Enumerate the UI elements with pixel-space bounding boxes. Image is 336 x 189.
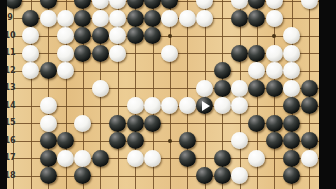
black-stone[interactable] xyxy=(266,115,283,132)
black-stone[interactable] xyxy=(109,115,126,132)
white-stone[interactable] xyxy=(161,10,178,27)
star-point xyxy=(168,139,172,143)
white-stone[interactable] xyxy=(283,45,300,62)
white-stone[interactable] xyxy=(22,45,39,62)
black-stone[interactable] xyxy=(301,132,318,149)
black-stone[interactable] xyxy=(127,27,144,44)
black-stone[interactable] xyxy=(179,132,196,149)
black-stone[interactable] xyxy=(266,132,283,149)
white-stone[interactable] xyxy=(92,10,109,27)
black-stone[interactable] xyxy=(283,150,300,167)
white-stone[interactable] xyxy=(161,45,178,62)
white-stone[interactable] xyxy=(109,10,126,27)
white-stone[interactable] xyxy=(231,132,248,149)
white-stone[interactable] xyxy=(266,45,283,62)
black-stone[interactable] xyxy=(248,45,265,62)
black-stone[interactable] xyxy=(248,80,265,97)
black-stone[interactable] xyxy=(144,10,161,27)
black-stone[interactable] xyxy=(74,45,91,62)
black-stone[interactable] xyxy=(214,80,231,97)
black-stone[interactable] xyxy=(74,10,91,27)
white-stone[interactable] xyxy=(266,62,283,79)
white-stone[interactable] xyxy=(248,150,265,167)
go-app-viewport: 9101112131415161718 xyxy=(0,0,336,189)
white-stone[interactable] xyxy=(196,80,213,97)
white-stone[interactable] xyxy=(127,150,144,167)
white-stone[interactable] xyxy=(109,45,126,62)
grid-line-horizontal xyxy=(13,176,319,177)
white-stone[interactable] xyxy=(231,97,248,114)
white-stone[interactable] xyxy=(144,150,161,167)
white-stone[interactable] xyxy=(214,97,231,114)
white-stone[interactable] xyxy=(127,97,144,114)
white-stone[interactable] xyxy=(179,97,196,114)
black-stone[interactable] xyxy=(231,10,248,27)
black-stone[interactable] xyxy=(92,27,109,44)
black-stone[interactable] xyxy=(231,45,248,62)
white-stone[interactable] xyxy=(57,10,74,27)
black-stone[interactable] xyxy=(144,27,161,44)
white-stone[interactable] xyxy=(92,80,109,97)
pillarbox-left xyxy=(0,0,7,189)
star-point xyxy=(168,34,172,38)
white-stone[interactable] xyxy=(57,27,74,44)
white-stone[interactable] xyxy=(231,167,248,184)
black-stone[interactable] xyxy=(214,150,231,167)
pillarbox-right xyxy=(319,0,336,189)
black-stone[interactable] xyxy=(144,115,161,132)
star-point xyxy=(272,34,276,38)
white-stone[interactable] xyxy=(57,150,74,167)
white-stone[interactable] xyxy=(301,150,318,167)
white-stone[interactable] xyxy=(57,62,74,79)
white-stone[interactable] xyxy=(144,97,161,114)
black-stone[interactable] xyxy=(179,150,196,167)
white-stone[interactable] xyxy=(40,115,57,132)
black-stone[interactable] xyxy=(92,150,109,167)
white-stone[interactable] xyxy=(40,97,57,114)
grid-line-vertical xyxy=(170,0,171,189)
black-stone[interactable] xyxy=(214,62,231,79)
white-stone[interactable] xyxy=(179,10,196,27)
black-stone[interactable] xyxy=(248,115,265,132)
black-stone[interactable] xyxy=(301,80,318,97)
white-stone[interactable] xyxy=(57,45,74,62)
black-stone[interactable] xyxy=(127,10,144,27)
white-stone[interactable] xyxy=(74,115,91,132)
white-stone[interactable] xyxy=(283,80,300,97)
black-stone[interactable] xyxy=(22,10,39,27)
black-stone[interactable] xyxy=(248,10,265,27)
white-stone[interactable] xyxy=(266,10,283,27)
white-stone[interactable] xyxy=(231,80,248,97)
black-stone[interactable] xyxy=(57,132,74,149)
black-stone[interactable] xyxy=(214,167,231,184)
black-stone[interactable] xyxy=(40,150,57,167)
black-stone[interactable] xyxy=(127,115,144,132)
play-triangle-icon[interactable] xyxy=(202,101,210,111)
white-stone[interactable] xyxy=(40,10,57,27)
black-stone[interactable] xyxy=(127,132,144,149)
black-stone[interactable] xyxy=(40,167,57,184)
black-stone[interactable] xyxy=(266,80,283,97)
black-stone[interactable] xyxy=(301,97,318,114)
black-stone[interactable] xyxy=(283,115,300,132)
black-stone[interactable] xyxy=(40,62,57,79)
white-stone[interactable] xyxy=(196,10,213,27)
black-stone[interactable] xyxy=(40,132,57,149)
black-stone[interactable] xyxy=(92,45,109,62)
white-stone[interactable] xyxy=(74,150,91,167)
